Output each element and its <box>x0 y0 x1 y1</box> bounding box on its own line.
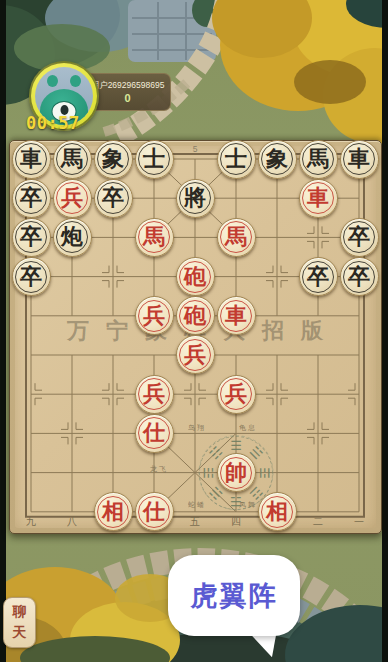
formation-announcement: 虎翼阵 <box>191 578 278 614</box>
piece-character: 帥 <box>225 461 247 483</box>
piece-black[interactable]: 卒 <box>12 179 51 218</box>
piece-character: 象 <box>102 147 124 169</box>
piece-red[interactable]: 兵 <box>135 296 174 335</box>
piece-character: 馬 <box>61 147 83 169</box>
piece-red[interactable]: 兵 <box>217 375 256 414</box>
piece-red[interactable]: 馬 <box>135 218 174 257</box>
piece-character: 卒 <box>348 265 370 287</box>
piece-character: 象 <box>266 147 288 169</box>
piece-black[interactable]: 卒 <box>12 218 51 257</box>
piece-character: 炮 <box>61 225 83 247</box>
piece-black[interactable]: 卒 <box>12 257 51 296</box>
monster-ear-right <box>70 75 81 87</box>
piece-character: 馬 <box>307 147 329 169</box>
piece-red[interactable]: 車 <box>299 179 338 218</box>
piece-character: 卒 <box>348 225 370 247</box>
left-edge-shadow <box>0 0 6 662</box>
piece-character: 仕 <box>143 500 165 522</box>
piece-character: 車 <box>348 147 370 169</box>
piece-character: 馬 <box>225 225 247 247</box>
move-timer: 00:57 <box>26 113 80 133</box>
piece-character: 將 <box>184 186 206 208</box>
app-screen: { "game": "xiangqi", "app_title": "万宁象棋大… <box>0 0 388 662</box>
piece-character: 兵 <box>61 186 83 208</box>
piece-black[interactable]: 將 <box>176 179 215 218</box>
piece-character: 仕 <box>143 421 165 443</box>
piece-black[interactable]: 卒 <box>340 218 379 257</box>
monster-ear-left <box>47 75 58 87</box>
piece-character: 卒 <box>20 186 42 208</box>
piece-character: 兵 <box>184 343 206 365</box>
piece-character: 車 <box>20 147 42 169</box>
piece-character: 卒 <box>20 265 42 287</box>
piece-character: 相 <box>102 500 124 522</box>
piece-character: 兵 <box>225 382 247 404</box>
piece-character: 卒 <box>307 265 329 287</box>
piece-black[interactable]: 炮 <box>53 218 92 257</box>
piece-red[interactable]: 砲 <box>176 296 215 335</box>
piece-black[interactable]: 士 <box>135 140 174 179</box>
piece-character: 士 <box>143 147 165 169</box>
piece-character: 砲 <box>184 304 206 326</box>
piece-character: 兵 <box>143 382 165 404</box>
user-score: 0 <box>124 93 130 104</box>
piece-red[interactable]: 馬 <box>217 218 256 257</box>
piece-character: 相 <box>266 500 288 522</box>
chat-button[interactable]: 聊天 <box>3 597 36 648</box>
piece-character: 砲 <box>184 265 206 287</box>
piece-red[interactable]: 車 <box>217 296 256 335</box>
piece-character: 兵 <box>143 304 165 326</box>
piece-character: 車 <box>307 186 329 208</box>
piece-black[interactable]: 卒 <box>340 257 379 296</box>
piece-red[interactable]: 砲 <box>176 257 215 296</box>
piece-red[interactable]: 仕 <box>135 414 174 453</box>
piece-black[interactable]: 士 <box>217 140 256 179</box>
piece-black[interactable]: 車 <box>12 140 51 179</box>
piece-black[interactable]: 馬 <box>53 140 92 179</box>
speech-bubble: 虎翼阵 <box>168 555 300 636</box>
piece-character: 士 <box>225 147 247 169</box>
piece-red[interactable]: 相 <box>258 492 297 531</box>
piece-red[interactable]: 兵 <box>135 375 174 414</box>
piece-character: 卒 <box>102 186 124 208</box>
chat-button-label: 聊天 <box>12 602 28 643</box>
xiangqi-board[interactable]: 123456789 万宁象棋大招版 鸟翔龟息龙飞蛇蟠凤舞 ☯ ☰☱☲☳☴☵☶☷ … <box>9 140 382 534</box>
board-grid[interactable]: 車馬象士士象馬車卒兵卒將車卒炮馬馬卒卒砲卒卒兵砲車兵兵兵仕帥相仕相 <box>11 139 380 531</box>
piece-black[interactable]: 象 <box>258 140 297 179</box>
piece-character: 車 <box>225 304 247 326</box>
piece-character: 卒 <box>20 225 42 247</box>
piece-red[interactable]: 帥 <box>217 453 256 492</box>
piece-black[interactable]: 卒 <box>299 257 338 296</box>
piece-red[interactable]: 兵 <box>53 179 92 218</box>
piece-black[interactable]: 卒 <box>94 179 133 218</box>
piece-red[interactable]: 兵 <box>176 335 215 374</box>
piece-red[interactable]: 相 <box>94 492 133 531</box>
right-edge-shadow <box>382 0 388 662</box>
piece-red[interactable]: 仕 <box>135 492 174 531</box>
piece-character: 馬 <box>143 225 165 247</box>
user-name: 用户269296598695 <box>91 80 165 92</box>
piece-black[interactable]: 車 <box>340 140 379 179</box>
piece-black[interactable]: 象 <box>94 140 133 179</box>
piece-black[interactable]: 馬 <box>299 140 338 179</box>
